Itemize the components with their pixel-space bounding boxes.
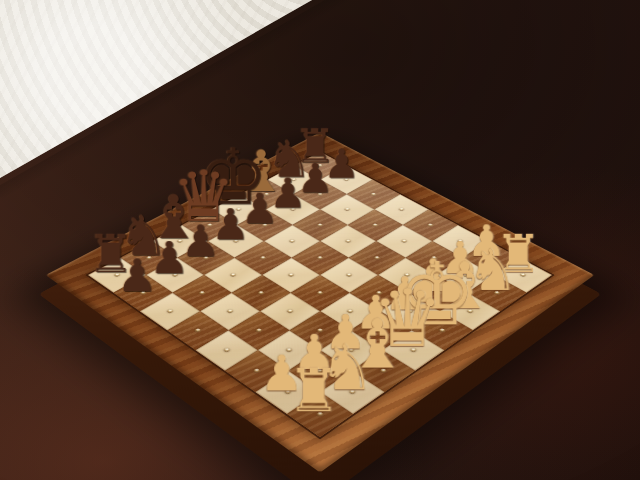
perspective-viewport: ♜♟♟♜♞♟♟♞♝♟♟♝♚♟♟♚♛♟♟♛♝♟♟♝♞♟♟♞♜♟♟♜ [0, 0, 640, 480]
board: ♜♟♟♜♞♟♟♞♝♟♟♝♚♟♟♚♛♟♟♛♝♟♟♝♞♟♟♞♜♟♟♜ [88, 152, 552, 437]
board-frame: ♜♟♟♜♞♟♟♞♝♟♟♝♚♟♟♚♛♟♟♛♝♟♟♝♞♟♟♞♜♟♟♜ [46, 132, 595, 472]
piece-white-rook-a1[interactable]: ♜ [287, 364, 340, 418]
piece-black-pawn-a7[interactable]: ♟ [116, 255, 156, 296]
photo-scene: ♜♟♟♜♞♟♟♞♝♟♟♝♚♟♟♚♛♟♟♛♝♟♟♝♞♟♟♞♜♟♟♜ [0, 0, 640, 480]
